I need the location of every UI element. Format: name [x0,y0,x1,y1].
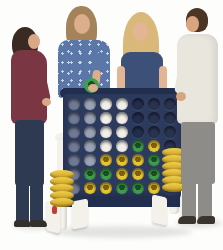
hole-empty [68,112,80,124]
hole-empty [132,98,144,110]
right-man-shoe [197,216,215,224]
disc-yellow [84,182,96,194]
right-man-face [186,16,199,32]
hole-empty [164,98,176,110]
hole-empty [148,98,160,110]
disc-yellow [100,154,112,166]
hole-empty [132,112,144,124]
left-woman-jeans [15,120,44,186]
disc-green [100,168,112,180]
hole-empty [68,126,80,138]
hole-empty [116,98,128,110]
right-man-leg [182,178,196,218]
spare-disc-stack-left [50,172,74,207]
hole-empty [68,140,80,152]
man-left-hand [88,84,98,92]
hole-empty [100,98,112,110]
hole-empty [100,126,112,138]
hole-empty [68,154,80,166]
right-man-pants [181,122,215,184]
right-man-leg [198,178,212,218]
disc-green [132,140,144,152]
hole-empty [116,112,128,124]
hole-empty [100,112,112,124]
disc-green [84,168,96,180]
left-woman-shoe [14,220,31,227]
hole-empty [164,112,176,124]
red-accent-mark [52,206,57,214]
man-left-face [74,14,90,34]
disc-green [148,168,160,180]
disc-yellow [116,168,128,180]
right-man-shoe [178,216,196,224]
base-foot-left-rear [72,199,88,230]
disc-green [148,154,160,166]
hole-empty [116,126,128,138]
disc-yellow [132,154,144,166]
disc-yellow [116,154,128,166]
disc-yellow [100,182,112,194]
hole-empty [100,140,112,152]
hole-empty [84,98,96,110]
disc-yellow [148,140,160,152]
left-woman-hand [42,98,51,106]
hole-empty [148,112,160,124]
left-woman-face [28,34,40,49]
left-woman-shoe [30,220,47,227]
left-woman-leg [30,180,43,222]
spare-yellow-ring [50,198,74,207]
disc-yellow [132,168,144,180]
base-foot-right-front [152,194,167,225]
hole-empty [84,112,96,124]
left-woman-leg [16,180,29,222]
hole-empty [68,98,80,110]
hole-empty [84,126,96,138]
hole-empty [132,126,144,138]
hole-empty [84,154,96,166]
hole-empty [84,140,96,152]
right-man-hand [176,92,186,101]
hole-empty [116,140,128,152]
disc-green [116,182,128,194]
hole-empty [164,126,176,138]
hole-empty [148,126,160,138]
blonde-face [133,22,148,41]
disc-green [132,182,144,194]
product-photo-giant-connect-four [0,0,223,250]
disc-yellow [148,182,160,194]
